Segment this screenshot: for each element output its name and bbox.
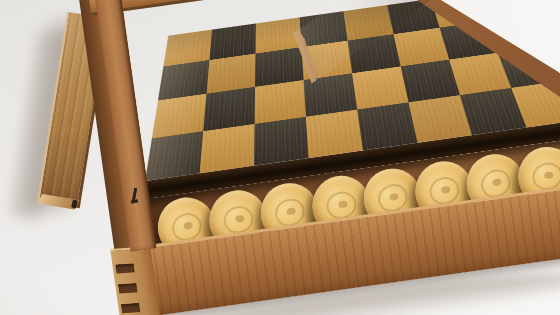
finger-joint-notch bbox=[115, 263, 134, 273]
finger-joint-notch bbox=[121, 303, 140, 313]
board-square[interactable] bbox=[206, 54, 255, 94]
board-square[interactable] bbox=[352, 66, 408, 109]
finger-joint-notch bbox=[118, 283, 137, 293]
metal-clasp-hook bbox=[131, 188, 138, 206]
photo-scene bbox=[0, 0, 560, 315]
